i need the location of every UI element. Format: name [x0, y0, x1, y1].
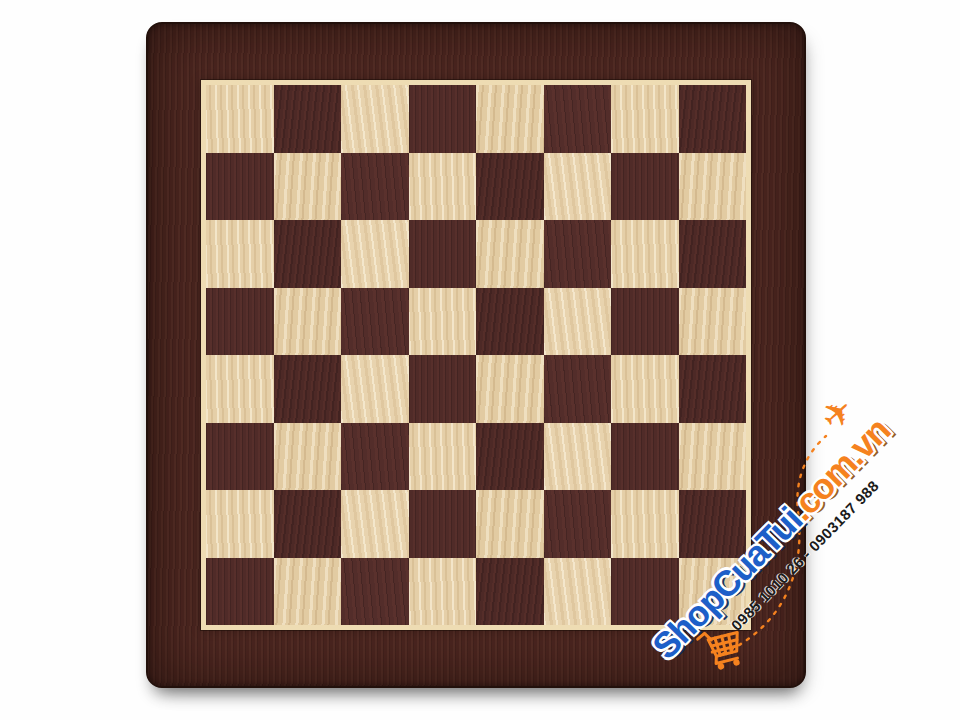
square-g4[interactable] — [611, 355, 679, 423]
square-b1[interactable] — [274, 558, 342, 626]
square-c1[interactable] — [341, 558, 409, 626]
square-f8[interactable] — [544, 85, 612, 153]
square-a8[interactable] — [206, 85, 274, 153]
square-g1[interactable] — [611, 558, 679, 626]
square-c3[interactable] — [341, 423, 409, 491]
square-h4[interactable] — [679, 355, 747, 423]
square-f1[interactable] — [544, 558, 612, 626]
square-a4[interactable] — [206, 355, 274, 423]
square-h7[interactable] — [679, 153, 747, 221]
square-d8[interactable] — [409, 85, 477, 153]
square-e8[interactable] — [476, 85, 544, 153]
square-d5[interactable] — [409, 288, 477, 356]
square-d2[interactable] — [409, 490, 477, 558]
square-g2[interactable] — [611, 490, 679, 558]
square-h5[interactable] — [679, 288, 747, 356]
square-f7[interactable] — [544, 153, 612, 221]
square-g5[interactable] — [611, 288, 679, 356]
square-a2[interactable] — [206, 490, 274, 558]
square-b2[interactable] — [274, 490, 342, 558]
square-e7[interactable] — [476, 153, 544, 221]
square-a1[interactable] — [206, 558, 274, 626]
square-d3[interactable] — [409, 423, 477, 491]
square-h2[interactable] — [679, 490, 747, 558]
square-g7[interactable] — [611, 153, 679, 221]
square-e5[interactable] — [476, 288, 544, 356]
square-a3[interactable] — [206, 423, 274, 491]
square-f4[interactable] — [544, 355, 612, 423]
square-b8[interactable] — [274, 85, 342, 153]
square-c8[interactable] — [341, 85, 409, 153]
square-e3[interactable] — [476, 423, 544, 491]
square-b3[interactable] — [274, 423, 342, 491]
square-d4[interactable] — [409, 355, 477, 423]
square-c6[interactable] — [341, 220, 409, 288]
square-b6[interactable] — [274, 220, 342, 288]
square-e4[interactable] — [476, 355, 544, 423]
product-photo-canvas: { "game": "chess", "position": "8/8/8/8/… — [0, 0, 960, 720]
square-a5[interactable] — [206, 288, 274, 356]
square-e1[interactable] — [476, 558, 544, 626]
square-f3[interactable] — [544, 423, 612, 491]
square-e2[interactable] — [476, 490, 544, 558]
square-h8[interactable] — [679, 85, 747, 153]
square-g8[interactable] — [611, 85, 679, 153]
square-c2[interactable] — [341, 490, 409, 558]
square-c7[interactable] — [341, 153, 409, 221]
square-f2[interactable] — [544, 490, 612, 558]
square-a7[interactable] — [206, 153, 274, 221]
chessboard-playing-area — [201, 80, 751, 630]
square-b5[interactable] — [274, 288, 342, 356]
square-h1[interactable] — [679, 558, 747, 626]
square-g3[interactable] — [611, 423, 679, 491]
square-d6[interactable] — [409, 220, 477, 288]
chessboard — [146, 22, 806, 688]
square-h3[interactable] — [679, 423, 747, 491]
square-b7[interactable] — [274, 153, 342, 221]
square-d1[interactable] — [409, 558, 477, 626]
square-b4[interactable] — [274, 355, 342, 423]
square-f6[interactable] — [544, 220, 612, 288]
square-e6[interactable] — [476, 220, 544, 288]
square-c5[interactable] — [341, 288, 409, 356]
square-g6[interactable] — [611, 220, 679, 288]
square-d7[interactable] — [409, 153, 477, 221]
square-h6[interactable] — [679, 220, 747, 288]
square-a6[interactable] — [206, 220, 274, 288]
airplane-icon: ✈ — [807, 383, 869, 445]
square-c4[interactable] — [341, 355, 409, 423]
square-f5[interactable] — [544, 288, 612, 356]
